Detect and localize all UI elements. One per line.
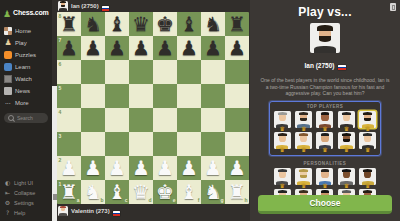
section-label: PERSONALITIES [273, 161, 377, 166]
avatar-beard [300, 118, 307, 121]
square-f3[interactable] [177, 132, 201, 156]
bot-avatar-cell[interactable]: ♛ [295, 168, 312, 188]
square-b6[interactable] [81, 60, 105, 84]
square-d8[interactable]: ♛ [129, 12, 153, 36]
square-e3[interactable] [153, 132, 177, 156]
piece-black-rook[interactable]: ♜ [225, 12, 249, 36]
piece-black-pawn[interactable]: ♟ [153, 36, 177, 60]
section-label: TOP PLAYERS [273, 104, 377, 109]
square-e5[interactable] [153, 84, 177, 108]
square-c5[interactable] [105, 84, 129, 108]
square-h1[interactable]: h♜ [225, 180, 249, 204]
home-icon [4, 27, 12, 35]
chess-board: 8♜♞♝♛♚♝♞♜7♟♟♟♟♟♟♟♟65432♟♟♟♟♟♟♟♟1a♜b♞c♝d♛… [57, 12, 249, 204]
piece-white-rook[interactable]: ♜ [225, 180, 249, 204]
bot-avatar-cell[interactable]: ♛ [295, 111, 312, 131]
footer-item-label: Collapse [14, 190, 35, 196]
piece-black-pawn[interactable]: ♟ [201, 36, 225, 60]
piece-white-knight[interactable]: ♞ [201, 180, 225, 204]
footer-item-light-ui[interactable]: ◐Light UI [4, 178, 52, 188]
sidebar-item-play[interactable]: Play [0, 37, 52, 49]
bot-grid: ♛♛♛♛♛♛♛♛♛♛ [273, 111, 377, 152]
square-b5[interactable] [81, 84, 105, 108]
light-ui-icon: ◐ [4, 180, 11, 186]
chesscom-logo[interactable]: Chess.com [0, 0, 52, 25]
piece-white-knight[interactable]: ♞ [81, 180, 105, 204]
square-b7[interactable]: ♟ [81, 36, 105, 60]
piece-black-queen[interactable]: ♛ [129, 12, 153, 36]
avatar-hair [60, 1, 65, 3]
avatar-hair [299, 133, 308, 136]
square-e4[interactable] [153, 108, 177, 132]
avatar-shirt [59, 8, 66, 10]
opponent-bar: Ian (2750) [58, 0, 109, 11]
bot-avatar-cell[interactable]: ♛ [338, 111, 355, 131]
piece-black-king[interactable]: ♚ [153, 12, 177, 36]
rank-label: 3 [59, 134, 62, 139]
avatar-hair [363, 190, 372, 193]
square-d5[interactable] [129, 84, 153, 108]
square-a3[interactable]: 3 [57, 132, 81, 156]
crown-icon: ♛ [365, 147, 370, 153]
footer-item-collapse[interactable]: ⇤Collapse [4, 188, 52, 198]
square-c1[interactable]: c♝ [105, 180, 129, 204]
sidebar-item-watch[interactable]: Watch [0, 73, 52, 85]
avatar-hair [321, 190, 330, 193]
piece-white-pawn[interactable]: ♟ [81, 156, 105, 180]
piece-white-pawn[interactable]: ♟ [201, 156, 225, 180]
bot-avatar-cell[interactable]: ♛ [274, 168, 291, 188]
play-icon [4, 39, 12, 47]
play-vs-panel: Play vs... Ian (2750) One of the best pl… [250, 0, 400, 221]
puzzles-icon [4, 51, 12, 59]
avatar-hair [342, 112, 351, 115]
square-d4[interactable] [129, 108, 153, 132]
page-scrollbar[interactable] [52, 0, 57, 221]
more-icon [4, 99, 12, 107]
piece-white-pawn[interactable]: ♟ [177, 156, 201, 180]
sidebar-item-news[interactable]: News [0, 85, 52, 97]
square-f5[interactable] [177, 84, 201, 108]
avatar-hair [342, 133, 351, 136]
piece-white-king[interactable]: ♚ [153, 180, 177, 204]
piece-black-pawn[interactable]: ♟ [129, 36, 153, 60]
square-h7[interactable]: ♟ [225, 36, 249, 60]
square-b4[interactable] [81, 108, 105, 132]
flag-icon [102, 6, 109, 11]
square-h4[interactable] [225, 108, 249, 132]
square-g2[interactable]: ♟ [201, 156, 225, 180]
avatar-hair [60, 206, 65, 208]
avatar [310, 23, 340, 53]
opponent-avatar [58, 1, 68, 11]
square-d2[interactable]: ♟ [129, 156, 153, 180]
footer-item-label: Help [14, 210, 25, 216]
piece-black-knight[interactable]: ♞ [201, 12, 225, 36]
choose-button[interactable]: Choose [258, 195, 392, 214]
square-g7[interactable]: ♟ [201, 36, 225, 60]
square-f1[interactable]: f♝ [177, 180, 201, 204]
square-g1[interactable]: g♞ [201, 180, 225, 204]
square-a8[interactable]: 8♜ [57, 12, 81, 36]
sidebar-item-label: Puzzles [15, 52, 36, 58]
piece-black-pawn[interactable]: ♟ [177, 36, 201, 60]
piece-white-bishop[interactable]: ♝ [105, 180, 129, 204]
sidebar: Chess.com HomePlayPuzzlesLearnWatchNewsM… [0, 0, 52, 221]
square-b1[interactable]: b♞ [81, 180, 105, 204]
piece-black-bishop[interactable]: ♝ [105, 12, 129, 36]
square-a1[interactable]: 1a♜ [57, 180, 81, 204]
square-c6[interactable] [105, 60, 129, 84]
piece-black-rook[interactable]: ♜ [57, 12, 81, 36]
search-input[interactable] [17, 115, 47, 121]
square-e6[interactable] [153, 60, 177, 84]
piece-white-queen[interactable]: ♛ [129, 180, 153, 204]
square-f6[interactable] [177, 60, 201, 84]
avatar-hair [278, 169, 287, 172]
square-c7[interactable]: ♟ [105, 36, 129, 60]
piece-black-pawn[interactable]: ♟ [81, 36, 105, 60]
square-b3[interactable] [81, 132, 105, 156]
piece-black-bishop[interactable]: ♝ [177, 12, 201, 36]
crown-icon: ♛ [279, 147, 284, 153]
square-a7[interactable]: 7♟ [57, 36, 81, 60]
avatar-beard [364, 118, 371, 121]
sidebar-item-puzzles[interactable]: Puzzles [0, 49, 52, 61]
settings-icon: ⚙ [4, 200, 11, 206]
square-g3[interactable] [201, 132, 225, 156]
rank-label: 6 [59, 62, 62, 67]
square-f2[interactable]: ♟ [177, 156, 201, 180]
piece-white-pawn[interactable]: ♟ [153, 156, 177, 180]
opponent-name: Ian (2750) [71, 3, 99, 9]
scrollbar-thumb[interactable] [53, 194, 57, 200]
square-h2[interactable]: ♟ [225, 156, 249, 180]
help-icon: ? [4, 210, 11, 216]
user-bar: Valentin (273) [58, 205, 120, 216]
avatar-beard [343, 139, 350, 142]
sidebar-footer: ◐Light UI⇤Collapse⚙Settings?Help [0, 178, 52, 221]
expand-icon[interactable] [390, 3, 396, 11]
crown-icon: ♛ [344, 147, 349, 153]
crown-icon: ♛ [301, 147, 306, 153]
square-e1[interactable]: e♚ [153, 180, 177, 204]
avatar-beard [61, 5, 65, 7]
avatar [58, 206, 68, 216]
bot-avatar-cell[interactable]: ♛ [274, 111, 291, 131]
square-c3[interactable] [105, 132, 129, 156]
bot-avatar-cell[interactable]: ♛ [359, 168, 376, 188]
chesscom-pawn-icon [3, 3, 11, 21]
piece-white-pawn[interactable]: ♟ [105, 156, 129, 180]
avatar-hair [278, 133, 287, 136]
avatar [58, 1, 68, 11]
bot-flag-slot [338, 56, 346, 74]
square-a6[interactable]: 6 [57, 60, 81, 84]
sidebar-item-label: News [15, 88, 30, 94]
square-d1[interactable]: d♛ [129, 180, 153, 204]
sidebar-item-label: More [15, 100, 29, 106]
crown-icon: ♛ [322, 147, 327, 153]
bot-avatar-cell[interactable]: ♛ [359, 111, 376, 131]
piece-black-pawn[interactable]: ♟ [105, 36, 129, 60]
rank-label: 5 [59, 86, 62, 91]
learn-icon [4, 63, 12, 71]
piece-black-pawn[interactable]: ♟ [57, 36, 81, 60]
square-g4[interactable] [201, 108, 225, 132]
avatar-hair [342, 169, 351, 172]
avatar-hair [299, 112, 308, 115]
piece-white-rook[interactable]: ♜ [57, 180, 81, 204]
bot-avatar-cell[interactable]: ♛ [338, 168, 355, 188]
square-g8[interactable]: ♞ [201, 12, 225, 36]
sidebar-item-label: Play [15, 40, 27, 46]
bot-avatar-cell[interactable]: ♛ [359, 132, 376, 152]
square-c2[interactable]: ♟ [105, 156, 129, 180]
search-icon [8, 115, 14, 121]
square-a2[interactable]: 2♟ [57, 156, 81, 180]
watch-icon [4, 75, 12, 83]
piece-white-pawn[interactable]: ♟ [225, 156, 249, 180]
square-d3[interactable] [129, 132, 153, 156]
sidebar-item-label: Watch [15, 76, 32, 82]
footer-item-label: Settings [14, 200, 34, 206]
square-g5[interactable] [201, 84, 225, 108]
bot-description: One of the best players in the world sin… [259, 77, 391, 97]
bot-name-row: Ian (2750) [305, 56, 346, 74]
rank-label: 4 [59, 110, 62, 115]
square-h6[interactable] [225, 60, 249, 84]
square-f4[interactable] [177, 108, 201, 132]
avatar-hair [317, 25, 333, 30]
bot-section-top-players: TOP PLAYERS♛♛♛♛♛♛♛♛♛♛ [269, 101, 381, 156]
bot-name: Ian (2750) [305, 62, 335, 69]
square-d7[interactable]: ♟ [129, 36, 153, 60]
avatar-hair [342, 190, 351, 193]
square-a5[interactable]: 5 [57, 84, 81, 108]
bot-avatar-cell[interactable]: ♛ [338, 132, 355, 152]
bot-sections: TOP PLAYERS♛♛♛♛♛♛♛♛♛♛PERSONALITIES♛♛♛♛♛♛… [269, 97, 381, 209]
sidebar-item-label: Learn [15, 64, 30, 70]
search-box[interactable] [4, 113, 48, 123]
bot-portrait [310, 23, 340, 53]
square-b8[interactable]: ♞ [81, 12, 105, 36]
sidebar-item-learn[interactable]: Learn [0, 61, 52, 73]
bot-avatar-cell[interactable]: ♛ [274, 132, 291, 152]
sidebar-nav: HomePlayPuzzlesLearnWatchNewsMore [0, 25, 52, 109]
piece-white-pawn[interactable]: ♟ [57, 156, 81, 180]
bot-avatar-cell[interactable]: ♛ [316, 111, 333, 131]
avatar-hair [278, 112, 287, 115]
footer-item-help[interactable]: ?Help [4, 208, 52, 218]
square-e2[interactable]: ♟ [153, 156, 177, 180]
avatar-hair [363, 133, 372, 136]
avatar-shirt [59, 213, 66, 215]
board-area: Ian (2750) 8♜♞♝♛♚♝♞♜7♟♟♟♟♟♟♟♟65432♟♟♟♟♟♟… [57, 0, 250, 221]
square-a4[interactable]: 4 [57, 108, 81, 132]
avatar-hair [278, 190, 287, 193]
sidebar-item-more[interactable]: More [0, 97, 52, 109]
avatar-hair [299, 190, 308, 193]
avatar-beard [319, 36, 332, 41]
square-h8[interactable]: ♜ [225, 12, 249, 36]
bot-avatar-cell[interactable]: ♛ [316, 132, 333, 152]
avatar-hair [321, 112, 330, 115]
square-f7[interactable]: ♟ [177, 36, 201, 60]
flag-icon [338, 65, 346, 70]
square-f8[interactable]: ♝ [177, 12, 201, 36]
logo-text: Chess.com [13, 9, 49, 16]
piece-black-knight[interactable]: ♞ [81, 12, 105, 36]
news-icon [4, 87, 12, 95]
avatar-hair [299, 169, 308, 172]
bot-avatar-cell[interactable]: ♛ [295, 132, 312, 152]
square-c8[interactable]: ♝ [105, 12, 129, 36]
footer-item-settings[interactable]: ⚙Settings [4, 198, 52, 208]
scrollbar-track[interactable] [52, 86, 57, 221]
user-avatar [58, 206, 68, 216]
panel-title: Play vs... [298, 5, 351, 19]
square-e7[interactable]: ♟ [153, 36, 177, 60]
square-b2[interactable]: ♟ [81, 156, 105, 180]
avatar-hair [363, 169, 372, 172]
square-h5[interactable] [225, 84, 249, 108]
user-name: Valentin (273) [71, 208, 110, 214]
footer-item-label: Light UI [14, 180, 33, 186]
piece-black-pawn[interactable]: ♟ [225, 36, 249, 60]
avatar-hair [321, 133, 330, 136]
avatar-hair [363, 112, 372, 115]
avatar-hair [321, 169, 330, 172]
bot-avatar-cell[interactable]: ♛ [316, 168, 333, 188]
flag-icon [113, 211, 120, 216]
square-h3[interactable] [225, 132, 249, 156]
square-g6[interactable] [201, 60, 225, 84]
collapse-icon: ⇤ [4, 190, 11, 196]
square-e8[interactable]: ♚ [153, 12, 177, 36]
user-flag-slot [113, 202, 120, 220]
piece-white-bishop[interactable]: ♝ [177, 180, 201, 204]
avatar-beard [300, 175, 307, 178]
square-d6[interactable] [129, 60, 153, 84]
avatar-shirt [314, 46, 336, 53]
square-c4[interactable] [105, 108, 129, 132]
sidebar-item-home[interactable]: Home [0, 25, 52, 37]
piece-white-pawn[interactable]: ♟ [129, 156, 153, 180]
sidebar-item-label: Home [15, 28, 31, 34]
